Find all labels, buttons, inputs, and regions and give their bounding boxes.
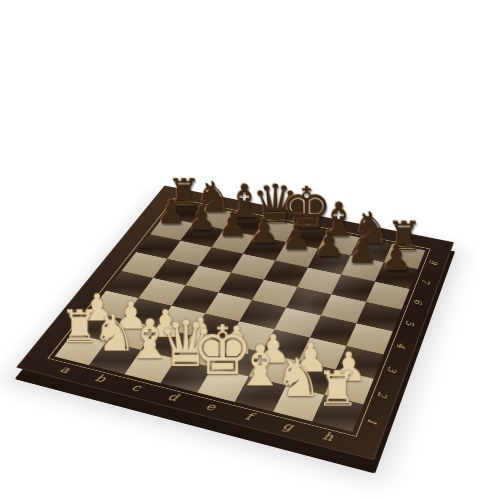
rank-label-3: 3 bbox=[370, 357, 414, 382]
chess-board: ♜♞♝♛♚♝♞♜♟♟♟♟♟♟♟♟♟♟♟♟♟♟♟♟♜♞♝♛♚♝♞♜ abcdefg… bbox=[16, 185, 454, 460]
square-h7[interactable]: ♟ bbox=[375, 262, 417, 289]
board-top: ♜♞♝♛♚♝♞♜♟♟♟♟♟♟♟♟♟♟♟♟♟♟♟♟♜♞♝♛♚♝♞♜ abcdefg… bbox=[16, 185, 454, 460]
black-pawn[interactable]: ♟ bbox=[314, 227, 345, 261]
black-pawn[interactable]: ♟ bbox=[156, 196, 185, 229]
white-knight[interactable]: ♞ bbox=[275, 351, 323, 404]
white-rook[interactable]: ♜ bbox=[316, 366, 359, 414]
scene: ♜♞♝♛♚♝♞♜♟♟♟♟♟♟♟♟♟♟♟♟♟♟♟♟♜♞♝♛♚♝♞♜ abcdefg… bbox=[0, 0, 500, 500]
black-pawn[interactable]: ♟ bbox=[187, 202, 217, 235]
black-pawn[interactable]: ♟ bbox=[218, 208, 248, 241]
black-pawn[interactable]: ♟ bbox=[347, 234, 378, 269]
perspective-wrapper: ♜♞♝♛♚♝♞♜♟♟♟♟♟♟♟♟♟♟♟♟♟♟♟♟♜♞♝♛♚♝♞♜ abcdefg… bbox=[0, 0, 500, 500]
rank-label-5: 5 bbox=[389, 312, 431, 334]
black-pawn[interactable]: ♟ bbox=[380, 241, 411, 276]
black-pawn[interactable]: ♟ bbox=[249, 215, 279, 249]
black-pawn[interactable]: ♟ bbox=[281, 221, 312, 255]
